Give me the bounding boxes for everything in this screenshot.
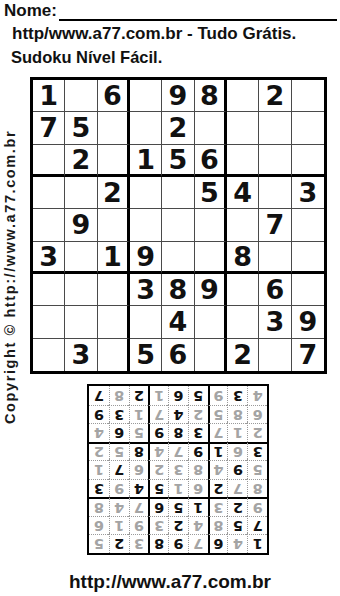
solution-cell-r6c5: 7 bbox=[168, 442, 188, 461]
solution-cell-r1c2: 4 bbox=[227, 534, 247, 553]
sudoku-cell-r5c2[interactable]: 9 bbox=[65, 209, 97, 241]
sudoku-cell-r7c2[interactable] bbox=[65, 274, 97, 306]
solution-cell-r5c8: 7 bbox=[109, 460, 129, 479]
sudoku-cell-r2c2[interactable]: 5 bbox=[65, 112, 97, 144]
solution-cell-r3c3: 3 bbox=[208, 497, 228, 516]
solution-cell-r3c8: 4 bbox=[109, 497, 129, 516]
sudoku-cell-r7c4[interactable]: 3 bbox=[130, 274, 162, 306]
solution-cell-r9c7: 2 bbox=[129, 386, 149, 405]
sudoku-cell-r9c3[interactable] bbox=[98, 339, 130, 371]
sudoku-cell-r1c5[interactable]: 9 bbox=[162, 80, 194, 112]
sudoku-cell-r3c5[interactable]: 5 bbox=[162, 145, 194, 177]
sudoku-cell-r1c7[interactable] bbox=[227, 80, 259, 112]
sudoku-cell-r6c4[interactable]: 9 bbox=[130, 242, 162, 274]
solution-cell-r4c8: 9 bbox=[109, 479, 129, 498]
sudoku-cell-r7c1[interactable] bbox=[33, 274, 65, 306]
sudoku-cell-r3c9[interactable] bbox=[292, 145, 324, 177]
sudoku-cell-r6c2[interactable] bbox=[65, 242, 97, 274]
sudoku-cell-r4c3[interactable]: 2 bbox=[98, 177, 130, 209]
sudoku-cell-r5c3[interactable] bbox=[98, 209, 130, 241]
solution-cell-r6c8: 5 bbox=[109, 442, 129, 461]
sudoku-cell-r8c4[interactable] bbox=[130, 306, 162, 338]
sudoku-cell-r2c7[interactable] bbox=[227, 112, 259, 144]
sudoku-cell-r5c5[interactable] bbox=[162, 209, 194, 241]
solution-cell-r9c6: 1 bbox=[148, 386, 168, 405]
sudoku-cell-r3c2[interactable]: 2 bbox=[65, 145, 97, 177]
solution-cell-r3c9: 8 bbox=[89, 497, 109, 516]
solution-cell-r9c2: 3 bbox=[227, 386, 247, 405]
sudoku-board: 1698275221562543973198389643935627 bbox=[30, 77, 327, 374]
solution-cell-r9c3: 9 bbox=[208, 386, 228, 405]
solution-cell-r2c6: 3 bbox=[148, 516, 168, 535]
sudoku-cell-r1c9[interactable] bbox=[292, 80, 324, 112]
solution-cell-r2c4: 4 bbox=[188, 516, 208, 535]
sudoku-cell-r5c7[interactable] bbox=[227, 209, 259, 241]
solution-cell-r9c8: 8 bbox=[109, 386, 129, 405]
solution-cell-r9c5: 6 bbox=[168, 386, 188, 405]
sudoku-cell-r4c1[interactable] bbox=[33, 177, 65, 209]
sudoku-cell-r4c2[interactable] bbox=[65, 177, 97, 209]
sudoku-cell-r3c4[interactable]: 1 bbox=[130, 145, 162, 177]
sudoku-cell-r3c1[interactable] bbox=[33, 145, 65, 177]
solution-cell-r3c4: 1 bbox=[188, 497, 208, 516]
sudoku-cell-r9c1[interactable] bbox=[33, 339, 65, 371]
solution-cell-r7c4: 3 bbox=[188, 423, 208, 442]
solution-cell-r5c2: 9 bbox=[227, 460, 247, 479]
sudoku-cell-r2c8[interactable] bbox=[259, 112, 291, 144]
sudoku-cell-r6c1[interactable]: 3 bbox=[33, 242, 65, 274]
solution-cell-r7c6: 9 bbox=[148, 423, 168, 442]
sudoku-cell-r7c7[interactable] bbox=[227, 274, 259, 306]
solution-cell-r9c4: 5 bbox=[188, 386, 208, 405]
solution-cell-r2c2: 5 bbox=[227, 516, 247, 535]
sudoku-cell-r1c3[interactable]: 6 bbox=[98, 80, 130, 112]
sudoku-cell-r2c3[interactable] bbox=[98, 112, 130, 144]
solution-cell-r9c1: 4 bbox=[247, 386, 267, 405]
solution-cell-r2c9: 6 bbox=[89, 516, 109, 535]
sudoku-cell-r4c8[interactable] bbox=[259, 177, 291, 209]
solution-cell-r7c8: 6 bbox=[109, 423, 129, 442]
solution-cell-r5c4: 8 bbox=[188, 460, 208, 479]
solution-cell-r2c8: 1 bbox=[109, 516, 129, 535]
solution-cell-r3c7: 7 bbox=[129, 497, 149, 516]
sudoku-cell-r2c5[interactable]: 2 bbox=[162, 112, 194, 144]
solution-cell-r6c4: 9 bbox=[188, 442, 208, 461]
footer-url: http://www.a77.com.br bbox=[0, 571, 340, 593]
solution-cell-r2c1: 7 bbox=[247, 516, 267, 535]
solution-cell-r2c3: 8 bbox=[208, 516, 228, 535]
solution-cell-r8c3: 5 bbox=[208, 405, 228, 424]
sudoku-cell-r8c3[interactable] bbox=[98, 306, 130, 338]
sudoku-cell-r9c9[interactable]: 7 bbox=[292, 339, 324, 371]
sudoku-cell-r8c9[interactable]: 9 bbox=[292, 306, 324, 338]
solution-cell-r4c9: 3 bbox=[89, 479, 109, 498]
solution-cell-r8c8: 3 bbox=[109, 405, 129, 424]
sudoku-cell-r6c7[interactable]: 8 bbox=[227, 242, 259, 274]
sudoku-cell-r6c9[interactable] bbox=[292, 242, 324, 274]
sudoku-cell-r7c3[interactable] bbox=[98, 274, 130, 306]
solution-cell-r3c2: 2 bbox=[227, 497, 247, 516]
solution-cell-r8c1: 6 bbox=[247, 405, 267, 424]
sudoku-cell-r8c1[interactable] bbox=[33, 306, 65, 338]
solution-cell-r5c6: 2 bbox=[148, 460, 168, 479]
sudoku-cell-r6c6[interactable] bbox=[195, 242, 227, 274]
sudoku-cell-r1c4[interactable] bbox=[130, 80, 162, 112]
sudoku-cell-r3c3[interactable] bbox=[98, 145, 130, 177]
sudoku-cell-r9c5[interactable]: 6 bbox=[162, 339, 194, 371]
solution-cell-r3c1: 9 bbox=[247, 497, 267, 516]
solution-cell-r7c2: 1 bbox=[227, 423, 247, 442]
solution-cell-r2c5: 2 bbox=[168, 516, 188, 535]
sudoku-cell-r9c2[interactable]: 3 bbox=[65, 339, 97, 371]
sudoku-cell-r8c8[interactable]: 3 bbox=[259, 306, 291, 338]
sudoku-cell-r2c1[interactable]: 7 bbox=[33, 112, 65, 144]
sudoku-cell-r6c5[interactable] bbox=[162, 242, 194, 274]
sudoku-cell-r9c4[interactable]: 5 bbox=[130, 339, 162, 371]
sudoku-cell-r4c5[interactable] bbox=[162, 177, 194, 209]
sudoku-cell-r2c9[interactable] bbox=[292, 112, 324, 144]
solution-cell-r3c5: 5 bbox=[168, 497, 188, 516]
solution-cell-r7c5: 8 bbox=[168, 423, 188, 442]
solution-cell-r1c8: 2 bbox=[109, 534, 129, 553]
solution-cell-r4c2: 7 bbox=[227, 479, 247, 498]
solution-cell-r6c1: 3 bbox=[247, 442, 267, 461]
solution-cell-r6c7: 8 bbox=[129, 442, 149, 461]
sudoku-cell-r5c4[interactable] bbox=[130, 209, 162, 241]
solution-cell-r1c6: 8 bbox=[148, 534, 168, 553]
sudoku-cell-r7c9[interactable] bbox=[292, 274, 324, 306]
sudoku-cell-r8c7[interactable] bbox=[227, 306, 259, 338]
sudoku-cell-r2c4[interactable] bbox=[130, 112, 162, 144]
solution-cell-r8c6: 7 bbox=[148, 405, 168, 424]
solution-cell-r5c5: 3 bbox=[168, 460, 188, 479]
solution-cell-r6c9: 2 bbox=[89, 442, 109, 461]
solution-cell-r8c4: 2 bbox=[188, 405, 208, 424]
copyright-vertical-text: Copyright © http://www.a77.com.br bbox=[2, 78, 22, 424]
solution-cell-r1c4: 7 bbox=[188, 534, 208, 553]
sudoku-cell-r4c7[interactable]: 4 bbox=[227, 177, 259, 209]
sudoku-cell-r8c6[interactable] bbox=[195, 306, 227, 338]
sudoku-cell-r1c1[interactable]: 1 bbox=[33, 80, 65, 112]
solution-cell-r6c2: 6 bbox=[227, 442, 247, 461]
solution-cell-r2c7: 9 bbox=[129, 516, 149, 535]
sudoku-cell-r8c5[interactable]: 4 bbox=[162, 306, 194, 338]
sudoku-cell-r4c9[interactable]: 3 bbox=[292, 177, 324, 209]
solution-cell-r4c7: 4 bbox=[129, 479, 149, 498]
solution-cell-r8c2: 8 bbox=[227, 405, 247, 424]
sudoku-cell-r3c7[interactable] bbox=[227, 145, 259, 177]
solution-cell-r8c9: 9 bbox=[89, 405, 109, 424]
solution-cell-r1c9: 5 bbox=[89, 534, 109, 553]
sudoku-cell-r5c9[interactable] bbox=[292, 209, 324, 241]
sudoku-cell-r1c8[interactable]: 2 bbox=[259, 80, 291, 112]
name-label: Nome: bbox=[4, 1, 57, 21]
sudoku-cell-r7c5[interactable]: 8 bbox=[162, 274, 194, 306]
solution-cell-r1c3: 6 bbox=[208, 534, 228, 553]
sudoku-cell-r5c8[interactable]: 7 bbox=[259, 209, 291, 241]
site-header: http/www.a77.com.br - Tudo Grátis. bbox=[12, 24, 340, 44]
solution-cell-r5c7: 6 bbox=[129, 460, 149, 479]
solution-cell-r7c7: 5 bbox=[129, 423, 149, 442]
sudoku-cell-r9c6[interactable] bbox=[195, 339, 227, 371]
solution-cell-r6c3: 1 bbox=[208, 442, 228, 461]
solution-cell-r4c5: 1 bbox=[168, 479, 188, 498]
sudoku-cell-r7c6[interactable]: 9 bbox=[195, 274, 227, 306]
solution-cell-r5c9: 1 bbox=[89, 460, 109, 479]
solution-cell-r1c1: 1 bbox=[247, 534, 267, 553]
solution-cell-r8c7: 1 bbox=[129, 405, 149, 424]
sudoku-cell-r1c6[interactable]: 8 bbox=[195, 80, 227, 112]
solution-cell-r1c7: 3 bbox=[129, 534, 149, 553]
sudoku-cell-r8c2[interactable] bbox=[65, 306, 97, 338]
solution-cell-r5c3: 4 bbox=[208, 460, 228, 479]
sudoku-cell-r2c6[interactable] bbox=[195, 112, 227, 144]
solution-cell-r6c6: 4 bbox=[148, 442, 168, 461]
solution-board-rotated: 1467983257584239169231567488726154935948… bbox=[87, 384, 269, 555]
solution-cell-r4c3: 2 bbox=[208, 479, 228, 498]
solution-cell-r5c1: 5 bbox=[247, 460, 267, 479]
solution-cell-r3c6: 6 bbox=[148, 497, 168, 516]
sudoku-cell-r9c7[interactable]: 2 bbox=[227, 339, 259, 371]
sudoku-cell-r1c2[interactable] bbox=[65, 80, 97, 112]
sudoku-cell-r7c8[interactable]: 6 bbox=[259, 274, 291, 306]
sudoku-cell-r5c6[interactable] bbox=[195, 209, 227, 241]
sudoku-cell-r6c8[interactable] bbox=[259, 242, 291, 274]
sudoku-cell-r3c6[interactable]: 6 bbox=[195, 145, 227, 177]
solution-cell-r4c1: 8 bbox=[247, 479, 267, 498]
sudoku-cell-r9c8[interactable] bbox=[259, 339, 291, 371]
sudoku-cell-r4c4[interactable] bbox=[130, 177, 162, 209]
name-blank-line bbox=[59, 4, 337, 21]
sudoku-cell-r5c1[interactable] bbox=[33, 209, 65, 241]
sudoku-cell-r6c3[interactable]: 1 bbox=[98, 242, 130, 274]
solution-cell-r7c9: 4 bbox=[89, 423, 109, 442]
sudoku-cell-r4c6[interactable]: 5 bbox=[195, 177, 227, 209]
solution-cell-r4c6: 5 bbox=[148, 479, 168, 498]
page-title: Sudoku Nível Fácil. bbox=[11, 48, 340, 67]
name-field-row: Nome: bbox=[0, 0, 340, 21]
solution-cell-r1c5: 9 bbox=[168, 534, 188, 553]
sudoku-cell-r3c8[interactable] bbox=[259, 145, 291, 177]
solution-cell-r7c3: 7 bbox=[208, 423, 228, 442]
solution-cell-r8c5: 4 bbox=[168, 405, 188, 424]
solution-cell-r4c4: 6 bbox=[188, 479, 208, 498]
solution-cell-r9c9: 7 bbox=[89, 386, 109, 405]
solution-cell-r7c1: 2 bbox=[247, 423, 267, 442]
